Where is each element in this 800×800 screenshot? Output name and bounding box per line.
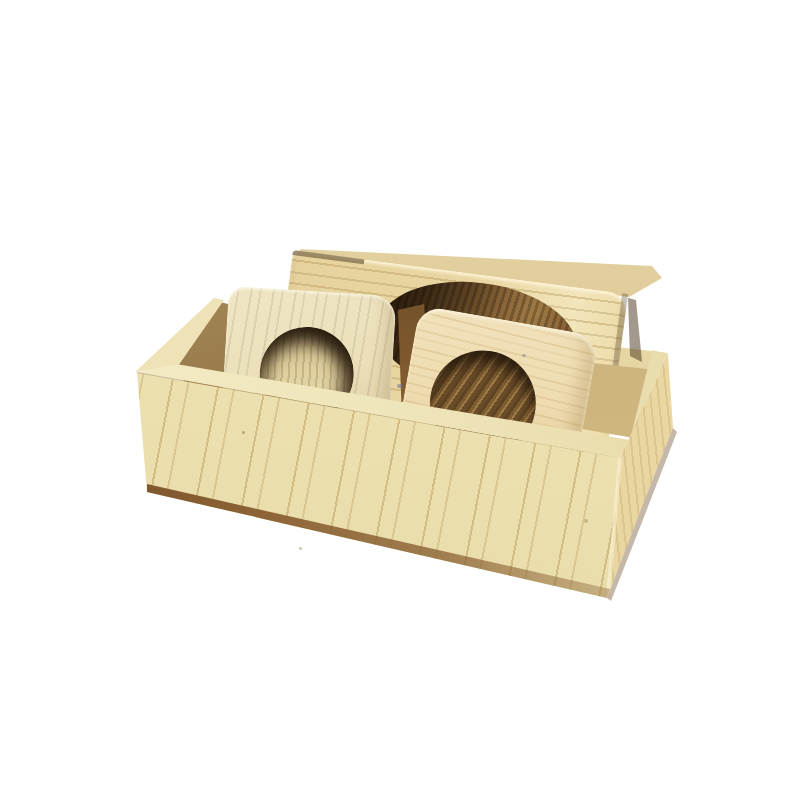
wood-pore [584,519,588,523]
plank-right-shade [605,293,628,423]
left-ring-block [220,286,397,446]
plank-corner-notch [292,250,364,264]
wood-pore [299,547,302,550]
paint-speck [522,354,526,357]
right-ring-block [394,305,599,482]
wood-pore [242,431,245,434]
right-ring-hole [421,342,544,465]
left-ring-hole [257,324,357,424]
product-photo [0,0,800,800]
paint-speck [397,384,403,388]
